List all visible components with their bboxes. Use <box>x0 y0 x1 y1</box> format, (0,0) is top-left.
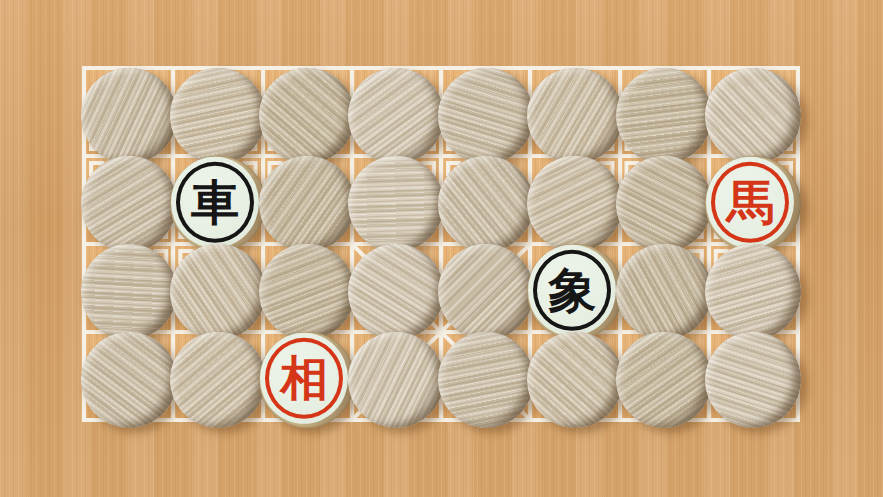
cell-r4c8[interactable] <box>711 334 796 418</box>
hidden-piece[interactable] <box>259 156 355 252</box>
hidden-piece[interactable] <box>438 244 534 340</box>
hidden-piece[interactable] <box>705 68 801 164</box>
cell-r3c8[interactable] <box>711 246 796 330</box>
cell-r2c5[interactable] <box>443 158 528 242</box>
hidden-piece[interactable] <box>438 332 534 428</box>
cell-r1c5[interactable] <box>443 70 528 154</box>
hidden-piece[interactable] <box>81 68 177 164</box>
cell-r4c4[interactable] <box>354 334 439 418</box>
cell-r4c1[interactable] <box>86 334 171 418</box>
cell-r1c4[interactable] <box>354 70 439 154</box>
hidden-piece[interactable] <box>348 332 444 428</box>
cell-r1c2[interactable] <box>175 70 260 154</box>
hidden-piece[interactable] <box>259 244 355 340</box>
cell-r2c2[interactable]: 車 <box>175 158 260 242</box>
piece-face: 車 <box>171 157 259 248</box>
cell-r3c4[interactable] <box>354 246 439 330</box>
cell-r2c7[interactable] <box>622 158 707 242</box>
hidden-piece[interactable] <box>527 68 623 164</box>
hidden-piece[interactable] <box>705 332 801 428</box>
cell-r4c2[interactable] <box>175 334 260 418</box>
piece-face: 相 <box>260 333 348 424</box>
hidden-piece[interactable] <box>438 156 534 252</box>
piece-ring: 相 <box>265 338 343 419</box>
hidden-piece[interactable] <box>81 156 177 252</box>
cell-r1c8[interactable] <box>711 70 796 154</box>
hidden-piece[interactable] <box>81 332 177 428</box>
cell-r1c3[interactable] <box>265 70 350 154</box>
hidden-piece[interactable] <box>81 244 177 340</box>
banqi-table: 車馬象相 <box>0 0 883 497</box>
cell-r3c6[interactable]: 象 <box>532 246 617 330</box>
cell-r2c3[interactable] <box>265 158 350 242</box>
cell-r3c5[interactable] <box>443 246 528 330</box>
hidden-piece[interactable] <box>170 244 266 340</box>
cell-r1c7[interactable] <box>622 70 707 154</box>
piece-ring: 馬 <box>711 162 789 243</box>
hidden-piece[interactable] <box>348 156 444 252</box>
piece-glyph: 車 <box>191 177 239 225</box>
piece-ring: 象 <box>533 250 611 331</box>
cell-r1c1[interactable] <box>86 70 171 154</box>
cell-r4c7[interactable] <box>622 334 707 418</box>
cell-r2c8[interactable]: 馬 <box>711 158 796 242</box>
piece-red-minister[interactable]: 相 <box>259 332 355 428</box>
piece-glyph: 馬 <box>726 177 774 225</box>
cell-r4c6[interactable] <box>532 334 617 418</box>
cell-r1c6[interactable] <box>532 70 617 154</box>
cell-r3c2[interactable] <box>175 246 260 330</box>
hidden-piece[interactable] <box>438 68 534 164</box>
piece-glyph: 相 <box>280 353 328 401</box>
hidden-piece[interactable] <box>616 156 712 252</box>
piece-face: 馬 <box>706 157 794 248</box>
cell-r2c1[interactable] <box>86 158 171 242</box>
hidden-piece[interactable] <box>616 244 712 340</box>
piece-black-chariot[interactable]: 車 <box>170 156 266 252</box>
cell-r2c6[interactable] <box>532 158 617 242</box>
hidden-piece[interactable] <box>170 68 266 164</box>
piece-black-elephant[interactable]: 象 <box>527 244 623 340</box>
hidden-piece[interactable] <box>348 68 444 164</box>
cell-r3c1[interactable] <box>86 246 171 330</box>
piece-red-horse[interactable]: 馬 <box>705 156 801 252</box>
hidden-piece[interactable] <box>527 156 623 252</box>
cell-r2c4[interactable] <box>354 158 439 242</box>
piece-ring: 車 <box>176 162 254 243</box>
board-grid: 車馬象相 <box>86 70 796 418</box>
hidden-piece[interactable] <box>170 332 266 428</box>
cell-r4c5[interactable] <box>443 334 528 418</box>
hidden-piece[interactable] <box>616 332 712 428</box>
cell-r4c3[interactable]: 相 <box>265 334 350 418</box>
hidden-piece[interactable] <box>705 244 801 340</box>
hidden-piece[interactable] <box>259 68 355 164</box>
hidden-piece[interactable] <box>527 332 623 428</box>
cell-r3c7[interactable] <box>622 246 707 330</box>
hidden-piece[interactable] <box>616 68 712 164</box>
banqi-board: 車馬象相 <box>82 66 800 422</box>
hidden-piece[interactable] <box>348 244 444 340</box>
cell-r3c3[interactable] <box>265 246 350 330</box>
piece-glyph: 象 <box>548 265 596 313</box>
piece-face: 象 <box>528 245 616 336</box>
